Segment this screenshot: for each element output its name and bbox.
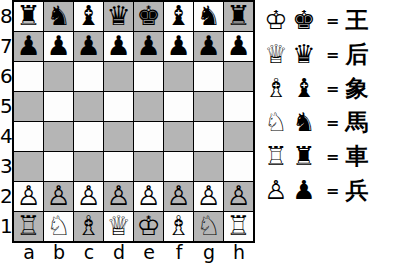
file-label-e: e xyxy=(134,242,164,263)
square-g8: ♞ xyxy=(194,2,223,31)
square-g1: ♘ xyxy=(194,212,223,241)
piece-legend: ♔♚=王♕♛=后♗♝=象♘♞=馬♖♜=車♙♟=兵 xyxy=(262,3,398,207)
black-bishop-piece: ♝ xyxy=(76,2,100,30)
square-b2: ♙ xyxy=(44,182,73,211)
square-f2: ♙ xyxy=(164,182,193,211)
file-label-b: b xyxy=(44,242,74,263)
square-c4 xyxy=(74,122,103,151)
square-a1: ♖ xyxy=(14,212,43,241)
black-knight-piece: ♞ xyxy=(46,2,70,30)
white-knight-piece: ♘ xyxy=(46,212,70,240)
file-label-f: f xyxy=(164,242,194,263)
hanzi-label-bishop: 象 xyxy=(345,73,368,104)
square-d6 xyxy=(104,62,133,91)
white-pawn-piece: ♙ xyxy=(226,182,250,210)
white-rook-icon: ♖ xyxy=(262,141,290,171)
white-pawn-piece: ♙ xyxy=(166,182,190,210)
black-knight-icon: ♞ xyxy=(290,107,318,137)
square-d2: ♙ xyxy=(104,182,133,211)
white-pawn-piece: ♙ xyxy=(16,182,40,210)
black-king-piece: ♚ xyxy=(136,2,160,30)
chess-board: ♜♞♝♛♚♝♞♜♟♟♟♟♟♟♟♟♙♙♙♙♙♙♙♙♖♘♗♕♔♗♘♖ xyxy=(12,0,255,243)
square-h4 xyxy=(224,122,253,151)
equals-sign: = xyxy=(326,147,339,166)
hanzi-label-king: 王 xyxy=(345,5,368,36)
white-bishop-icon: ♗ xyxy=(262,73,290,103)
black-pawn-piece: ♟ xyxy=(106,32,130,60)
square-g3 xyxy=(194,152,223,181)
black-knight-piece: ♞ xyxy=(196,2,220,30)
square-c6 xyxy=(74,62,103,91)
square-d4 xyxy=(104,122,133,151)
black-queen-icon: ♛ xyxy=(290,39,318,69)
white-pawn-piece: ♙ xyxy=(106,182,130,210)
square-f4 xyxy=(164,122,193,151)
square-f1: ♗ xyxy=(164,212,193,241)
square-a5 xyxy=(14,92,43,121)
square-a8: ♜ xyxy=(14,2,43,31)
square-d1: ♕ xyxy=(104,212,133,241)
file-labels: abcdefgh xyxy=(14,242,254,263)
square-a4 xyxy=(14,122,43,151)
file-label-d: d xyxy=(104,242,134,263)
legend-row-pawn: ♙♟=兵 xyxy=(262,173,398,207)
white-queen-piece: ♕ xyxy=(106,212,130,240)
square-g5 xyxy=(194,92,223,121)
square-b4 xyxy=(44,122,73,151)
square-b8: ♞ xyxy=(44,2,73,31)
square-f6 xyxy=(164,62,193,91)
square-b1: ♘ xyxy=(44,212,73,241)
legend-row-knight: ♘♞=馬 xyxy=(262,105,398,139)
square-a6 xyxy=(14,62,43,91)
square-c8: ♝ xyxy=(74,2,103,31)
square-b6 xyxy=(44,62,73,91)
white-knight-icon: ♘ xyxy=(262,107,290,137)
square-d3 xyxy=(104,152,133,181)
rank-label-4: 4 xyxy=(0,121,12,151)
black-pawn-icon: ♟ xyxy=(290,175,318,205)
hanzi-label-queen: 后 xyxy=(345,39,368,70)
legend-row-king: ♔♚=王 xyxy=(262,3,398,37)
white-queen-icon: ♕ xyxy=(262,39,290,69)
square-c1: ♗ xyxy=(74,212,103,241)
black-rook-piece: ♜ xyxy=(16,2,40,30)
square-h1: ♖ xyxy=(224,212,253,241)
equals-sign: = xyxy=(326,181,339,200)
square-g2: ♙ xyxy=(194,182,223,211)
square-h2: ♙ xyxy=(224,182,253,211)
white-bishop-piece: ♗ xyxy=(166,212,190,240)
black-pawn-piece: ♟ xyxy=(16,32,40,60)
black-bishop-piece: ♝ xyxy=(166,2,190,30)
square-a3 xyxy=(14,152,43,181)
white-pawn-piece: ♙ xyxy=(76,182,100,210)
square-g7: ♟ xyxy=(194,32,223,61)
square-a7: ♟ xyxy=(14,32,43,61)
square-h8: ♜ xyxy=(224,2,253,31)
rank-label-7: 7 xyxy=(0,31,12,61)
chess-diagram: 87654321 ♜♞♝♛♚♝♞♜♟♟♟♟♟♟♟♟♙♙♙♙♙♙♙♙♖♘♗♕♔♗♘… xyxy=(0,0,400,263)
black-pawn-piece: ♟ xyxy=(226,32,250,60)
square-c7: ♟ xyxy=(74,32,103,61)
square-e3 xyxy=(134,152,163,181)
square-b5 xyxy=(44,92,73,121)
rank-label-2: 2 xyxy=(0,181,12,211)
hanzi-label-knight: 馬 xyxy=(345,107,368,138)
white-king-piece: ♔ xyxy=(136,212,160,240)
square-e8: ♚ xyxy=(134,2,163,31)
white-pawn-piece: ♙ xyxy=(46,182,70,210)
square-f7: ♟ xyxy=(164,32,193,61)
white-knight-piece: ♘ xyxy=(196,212,220,240)
rank-labels: 87654321 xyxy=(0,1,12,241)
square-g6 xyxy=(194,62,223,91)
white-king-icon: ♔ xyxy=(262,5,290,35)
square-c5 xyxy=(74,92,103,121)
black-pawn-piece: ♟ xyxy=(196,32,220,60)
square-f8: ♝ xyxy=(164,2,193,31)
file-label-c: c xyxy=(74,242,104,263)
square-h5 xyxy=(224,92,253,121)
black-pawn-piece: ♟ xyxy=(76,32,100,60)
square-e2: ♙ xyxy=(134,182,163,211)
hanzi-label-rook: 車 xyxy=(345,141,368,172)
rank-label-5: 5 xyxy=(0,91,12,121)
white-rook-piece: ♖ xyxy=(16,212,40,240)
square-h7: ♟ xyxy=(224,32,253,61)
white-bishop-piece: ♗ xyxy=(76,212,100,240)
equals-sign: = xyxy=(326,45,339,64)
equals-sign: = xyxy=(326,11,339,30)
black-pawn-piece: ♟ xyxy=(166,32,190,60)
file-label-g: g xyxy=(194,242,224,263)
file-label-a: a xyxy=(14,242,44,263)
square-a2: ♙ xyxy=(14,182,43,211)
black-pawn-piece: ♟ xyxy=(46,32,70,60)
square-b3 xyxy=(44,152,73,181)
rank-label-8: 8 xyxy=(0,1,12,31)
square-e7: ♟ xyxy=(134,32,163,61)
square-d8: ♛ xyxy=(104,2,133,31)
rank-label-1: 1 xyxy=(0,211,12,241)
square-e6 xyxy=(134,62,163,91)
white-rook-piece: ♖ xyxy=(226,212,250,240)
square-c3 xyxy=(74,152,103,181)
black-queen-piece: ♛ xyxy=(106,2,130,30)
square-g4 xyxy=(194,122,223,151)
file-label-h: h xyxy=(224,242,254,263)
square-d5 xyxy=(104,92,133,121)
legend-row-bishop: ♗♝=象 xyxy=(262,71,398,105)
square-e4 xyxy=(134,122,163,151)
rank-label-3: 3 xyxy=(0,151,12,181)
equals-sign: = xyxy=(326,79,339,98)
square-b7: ♟ xyxy=(44,32,73,61)
black-bishop-icon: ♝ xyxy=(290,73,318,103)
square-h6 xyxy=(224,62,253,91)
square-h3 xyxy=(224,152,253,181)
white-pawn-piece: ♙ xyxy=(136,182,160,210)
equals-sign: = xyxy=(326,113,339,132)
black-pawn-piece: ♟ xyxy=(136,32,160,60)
legend-row-rook: ♖♜=車 xyxy=(262,139,398,173)
black-king-icon: ♚ xyxy=(290,5,318,35)
rank-label-6: 6 xyxy=(0,61,12,91)
white-pawn-piece: ♙ xyxy=(196,182,220,210)
square-d7: ♟ xyxy=(104,32,133,61)
square-e1: ♔ xyxy=(134,212,163,241)
square-f3 xyxy=(164,152,193,181)
white-pawn-icon: ♙ xyxy=(262,175,290,205)
square-f5 xyxy=(164,92,193,121)
black-rook-piece: ♜ xyxy=(226,2,250,30)
square-e5 xyxy=(134,92,163,121)
legend-row-queen: ♕♛=后 xyxy=(262,37,398,71)
square-c2: ♙ xyxy=(74,182,103,211)
black-rook-icon: ♜ xyxy=(290,141,318,171)
hanzi-label-pawn: 兵 xyxy=(345,175,368,206)
